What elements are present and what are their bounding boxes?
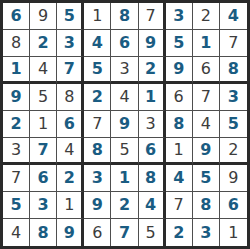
cell-r2c5[interactable]: 6 — [111, 30, 138, 57]
cell-r8c6[interactable]: 4 — [139, 192, 166, 219]
cell-r1c7[interactable]: 3 — [166, 3, 193, 30]
cell-r5c4[interactable]: 7 — [84, 111, 111, 138]
cell-r8c3[interactable]: 1 — [57, 192, 84, 219]
cell-r5c9[interactable]: 5 — [220, 111, 247, 138]
cell-r8c4[interactable]: 9 — [84, 192, 111, 219]
cell-r5c1[interactable]: 2 — [3, 111, 30, 138]
cell-r3c3[interactable]: 7 — [57, 57, 84, 84]
cell-r8c7[interactable]: 7 — [166, 192, 193, 219]
cell-r7c1[interactable]: 7 — [3, 165, 30, 192]
cell-r4c8[interactable]: 7 — [193, 84, 220, 111]
cell-r1c1[interactable]: 6 — [3, 3, 30, 30]
cell-r4c5[interactable]: 4 — [111, 84, 138, 111]
cell-r1c5[interactable]: 8 — [111, 3, 138, 30]
cell-r7c4[interactable]: 3 — [84, 165, 111, 192]
cell-r4c4[interactable]: 2 — [84, 84, 111, 111]
cell-r1c6[interactable]: 7 — [139, 3, 166, 30]
cell-r8c9[interactable]: 6 — [220, 192, 247, 219]
cell-r8c5[interactable]: 2 — [111, 192, 138, 219]
cell-r1c8[interactable]: 2 — [193, 3, 220, 30]
cell-r8c8[interactable]: 8 — [193, 192, 220, 219]
cell-r2c6[interactable]: 9 — [139, 30, 166, 57]
cell-r3c5[interactable]: 3 — [111, 57, 138, 84]
cell-r9c9[interactable]: 1 — [220, 219, 247, 246]
cell-r6c4[interactable]: 8 — [84, 138, 111, 165]
cell-r5c6[interactable]: 3 — [139, 111, 166, 138]
cell-r3c2[interactable]: 4 — [30, 57, 57, 84]
cell-r2c3[interactable]: 3 — [57, 30, 84, 57]
cell-r7c3[interactable]: 2 — [57, 165, 84, 192]
cell-r6c3[interactable]: 4 — [57, 138, 84, 165]
sudoku-board: 6951873248234695171475329689582416732167… — [0, 0, 250, 249]
cell-r3c6[interactable]: 2 — [139, 57, 166, 84]
cell-r9c6[interactable]: 5 — [139, 219, 166, 246]
cell-r6c6[interactable]: 6 — [139, 138, 166, 165]
cell-r4c3[interactable]: 8 — [57, 84, 84, 111]
cell-r8c2[interactable]: 3 — [30, 192, 57, 219]
cell-r1c4[interactable]: 1 — [84, 3, 111, 30]
cell-r2c9[interactable]: 7 — [220, 30, 247, 57]
cell-r2c7[interactable]: 5 — [166, 30, 193, 57]
cell-r9c3[interactable]: 9 — [57, 219, 84, 246]
cell-r9c4[interactable]: 6 — [84, 219, 111, 246]
cell-r4c9[interactable]: 3 — [220, 84, 247, 111]
cell-r1c2[interactable]: 9 — [30, 3, 57, 30]
cell-r2c4[interactable]: 4 — [84, 30, 111, 57]
cell-r1c9[interactable]: 4 — [220, 3, 247, 30]
cell-r6c7[interactable]: 1 — [166, 138, 193, 165]
cell-r7c6[interactable]: 8 — [139, 165, 166, 192]
cell-r5c2[interactable]: 1 — [30, 111, 57, 138]
cell-r3c8[interactable]: 6 — [193, 57, 220, 84]
cell-r7c9[interactable]: 9 — [220, 165, 247, 192]
cell-r7c7[interactable]: 4 — [166, 165, 193, 192]
cell-r3c4[interactable]: 5 — [84, 57, 111, 84]
cell-r6c2[interactable]: 7 — [30, 138, 57, 165]
cell-r7c5[interactable]: 1 — [111, 165, 138, 192]
cell-r2c2[interactable]: 2 — [30, 30, 57, 57]
cell-r7c8[interactable]: 5 — [193, 165, 220, 192]
cell-r5c5[interactable]: 9 — [111, 111, 138, 138]
cell-r9c7[interactable]: 2 — [166, 219, 193, 246]
cell-r3c1[interactable]: 1 — [3, 57, 30, 84]
cell-r6c8[interactable]: 9 — [193, 138, 220, 165]
cell-r9c5[interactable]: 7 — [111, 219, 138, 246]
cell-r7c2[interactable]: 6 — [30, 165, 57, 192]
cell-r9c2[interactable]: 8 — [30, 219, 57, 246]
cell-r3c7[interactable]: 9 — [166, 57, 193, 84]
cell-r1c3[interactable]: 5 — [57, 3, 84, 30]
cell-r4c6[interactable]: 1 — [139, 84, 166, 111]
cell-r5c3[interactable]: 6 — [57, 111, 84, 138]
cell-r4c7[interactable]: 6 — [166, 84, 193, 111]
cell-r6c5[interactable]: 5 — [111, 138, 138, 165]
cell-r6c1[interactable]: 3 — [3, 138, 30, 165]
cell-r2c1[interactable]: 8 — [3, 30, 30, 57]
cell-r2c8[interactable]: 1 — [193, 30, 220, 57]
cell-r9c8[interactable]: 3 — [193, 219, 220, 246]
cell-r5c7[interactable]: 8 — [166, 111, 193, 138]
cell-r9c1[interactable]: 4 — [3, 219, 30, 246]
cell-r8c1[interactable]: 5 — [3, 192, 30, 219]
cell-r5c8[interactable]: 4 — [193, 111, 220, 138]
cell-r4c1[interactable]: 9 — [3, 84, 30, 111]
cell-r4c2[interactable]: 5 — [30, 84, 57, 111]
cell-r6c9[interactable]: 2 — [220, 138, 247, 165]
cell-r3c9[interactable]: 8 — [220, 57, 247, 84]
